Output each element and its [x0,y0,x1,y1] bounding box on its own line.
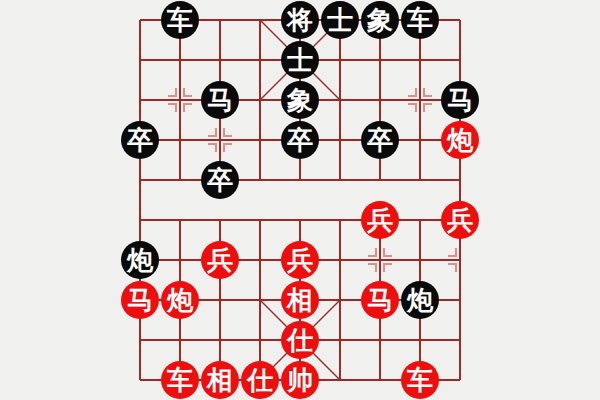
piece-red-cannon[interactable]: 炮 [440,120,480,160]
piece-glyph: 象 [281,81,319,119]
piece-black-chariot[interactable]: 车 [400,0,440,40]
piece-glyph: 仕 [241,361,279,399]
piece-glyph: 仕 [281,321,319,359]
piece-glyph: 车 [161,361,199,399]
piece-glyph: 相 [281,281,319,319]
piece-black-cannon[interactable]: 炮 [400,280,440,320]
xiangqi-app-window: 车将士象车士马象马卒卒卒炮卒兵兵炮兵兵马炮相马炮仕车相仕帅车 [0,0,600,400]
piece-glyph: 炮 [401,281,439,319]
piece-glyph: 车 [401,1,439,39]
piece-glyph: 兵 [441,201,479,239]
piece-red-advisor[interactable]: 仕 [240,360,280,400]
piece-glyph: 炮 [121,241,159,279]
piece-glyph: 卒 [361,121,399,159]
piece-black-elephant[interactable]: 象 [280,80,320,120]
piece-red-horse[interactable]: 马 [360,280,400,320]
piece-red-cannon[interactable]: 炮 [160,280,200,320]
piece-black-chariot[interactable]: 车 [160,0,200,40]
piece-red-horse[interactable]: 马 [120,280,160,320]
piece-glyph: 炮 [441,121,479,159]
piece-black-soldier[interactable]: 卒 [120,120,160,160]
piece-glyph: 兵 [281,241,319,279]
piece-glyph: 士 [281,41,319,79]
piece-black-elephant[interactable]: 象 [360,0,400,40]
piece-glyph: 将 [281,1,319,39]
piece-red-soldier[interactable]: 兵 [440,200,480,240]
piece-black-advisor[interactable]: 士 [280,40,320,80]
piece-glyph: 马 [361,281,399,319]
piece-red-soldier[interactable]: 兵 [360,200,400,240]
piece-red-elephant[interactable]: 相 [280,280,320,320]
piece-glyph: 士 [321,1,359,39]
piece-glyph: 炮 [161,281,199,319]
piece-glyph: 卒 [281,121,319,159]
piece-glyph: 象 [361,1,399,39]
piece-glyph: 车 [401,361,439,399]
piece-glyph: 帅 [281,361,319,399]
piece-glyph: 相 [201,361,239,399]
piece-black-cannon[interactable]: 炮 [120,240,160,280]
piece-red-chariot[interactable]: 车 [160,360,200,400]
piece-red-advisor[interactable]: 仕 [280,320,320,360]
piece-glyph: 卒 [121,121,159,159]
piece-glyph: 马 [441,81,479,119]
piece-black-soldier[interactable]: 卒 [280,120,320,160]
piece-black-general[interactable]: 将 [280,0,320,40]
piece-glyph: 兵 [361,201,399,239]
piece-red-soldier[interactable]: 兵 [280,240,320,280]
piece-red-soldier[interactable]: 兵 [200,240,240,280]
piece-glyph: 车 [161,1,199,39]
piece-red-elephant[interactable]: 相 [200,360,240,400]
piece-black-horse[interactable]: 马 [200,80,240,120]
piece-black-soldier[interactable]: 卒 [200,160,240,200]
piece-glyph: 马 [121,281,159,319]
piece-black-advisor[interactable]: 士 [320,0,360,40]
piece-glyph: 卒 [201,161,239,199]
piece-red-general[interactable]: 帅 [280,360,320,400]
piece-red-chariot[interactable]: 车 [400,360,440,400]
xiangqi-board[interactable]: 车将士象车士马象马卒卒卒炮卒兵兵炮兵兵马炮相马炮仕车相仕帅车 [120,0,480,400]
piece-black-horse[interactable]: 马 [440,80,480,120]
piece-glyph: 马 [201,81,239,119]
piece-black-soldier[interactable]: 卒 [360,120,400,160]
piece-glyph: 兵 [201,241,239,279]
